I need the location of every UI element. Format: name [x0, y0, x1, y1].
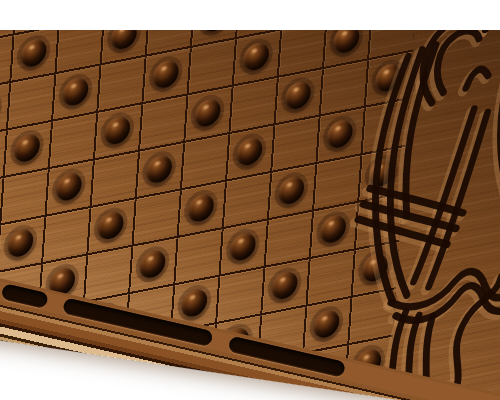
carved-stud: [284, 79, 311, 111]
carved-stud: [97, 210, 124, 242]
carved-stud: [7, 227, 34, 259]
carved-stud: [236, 136, 263, 168]
carved-stud: [13, 132, 40, 164]
carved-stud: [62, 76, 89, 108]
carved-stud: [229, 231, 256, 263]
carved-stud: [271, 269, 298, 301]
rim-slot-groove: [1, 283, 49, 309]
carved-stud: [278, 174, 305, 206]
carved-stud: [145, 153, 172, 185]
carved-stud: [20, 37, 47, 69]
carved-stud: [55, 171, 82, 203]
carved-stud: [139, 248, 166, 280]
carved-stud: [187, 192, 214, 224]
carved-stud: [194, 97, 221, 129]
carved-stud: [104, 115, 131, 147]
white-background-top-crop: [0, 0, 500, 30]
carved-stud: [152, 58, 179, 90]
product-photo-scene: [0, 0, 500, 400]
carved-stud: [181, 287, 208, 319]
carved-stud: [242, 41, 269, 73]
